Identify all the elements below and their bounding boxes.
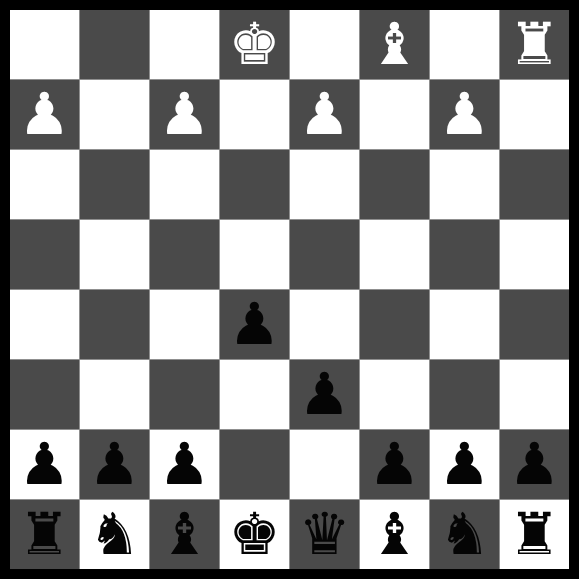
square-a5[interactable]	[500, 290, 569, 359]
square-c5[interactable]	[360, 290, 429, 359]
white-bishop-icon: ♝	[369, 10, 421, 79]
black-pawn-icon: ♟	[19, 430, 71, 499]
black-pawn-icon: ♟	[229, 290, 281, 359]
square-a6[interactable]	[500, 360, 569, 429]
black-queen-icon: ♛	[299, 500, 351, 569]
square-f5[interactable]	[150, 290, 219, 359]
square-d8[interactable]: ♛	[290, 500, 359, 569]
square-c8[interactable]: ♝	[360, 500, 429, 569]
square-f3[interactable]	[150, 150, 219, 219]
square-e5[interactable]: ♟	[220, 290, 289, 359]
square-d1[interactable]	[290, 10, 359, 79]
square-c7[interactable]: ♟	[360, 430, 429, 499]
square-g5[interactable]	[80, 290, 149, 359]
black-pawn-icon: ♟	[369, 430, 421, 499]
square-h7[interactable]: ♟	[10, 430, 79, 499]
square-d3[interactable]	[290, 150, 359, 219]
white-pawn-icon: ♟	[299, 80, 351, 149]
square-d7[interactable]	[290, 430, 359, 499]
black-rook-icon: ♜	[19, 500, 71, 569]
square-h3[interactable]	[10, 150, 79, 219]
square-f8[interactable]: ♝	[150, 500, 219, 569]
square-g8[interactable]: ♞	[80, 500, 149, 569]
square-e3[interactable]	[220, 150, 289, 219]
white-pawn-icon: ♟	[19, 80, 71, 149]
square-g6[interactable]	[80, 360, 149, 429]
square-e2[interactable]	[220, 80, 289, 149]
square-d6[interactable]: ♟	[290, 360, 359, 429]
black-knight-icon: ♞	[439, 500, 491, 569]
black-pawn-icon: ♟	[439, 430, 491, 499]
square-e6[interactable]	[220, 360, 289, 429]
square-e8[interactable]: ♚	[220, 500, 289, 569]
white-rook-icon: ♜	[509, 10, 561, 79]
board-frame: ♚♝♜♟♟♟♟♟♟♟♟♟♟♟♟♜♞♝♚♛♝♞♜	[0, 0, 579, 579]
square-f1[interactable]	[150, 10, 219, 79]
square-a1[interactable]: ♜	[500, 10, 569, 79]
square-g7[interactable]: ♟	[80, 430, 149, 499]
square-e4[interactable]	[220, 220, 289, 289]
square-f6[interactable]	[150, 360, 219, 429]
square-e1[interactable]: ♚	[220, 10, 289, 79]
square-g1[interactable]	[80, 10, 149, 79]
square-f2[interactable]: ♟	[150, 80, 219, 149]
square-b7[interactable]: ♟	[430, 430, 499, 499]
black-rook-icon: ♜	[509, 500, 561, 569]
black-pawn-icon: ♟	[299, 360, 351, 429]
square-g2[interactable]	[80, 80, 149, 149]
square-b2[interactable]: ♟	[430, 80, 499, 149]
black-pawn-icon: ♟	[509, 430, 561, 499]
square-b8[interactable]: ♞	[430, 500, 499, 569]
square-h6[interactable]	[10, 360, 79, 429]
black-pawn-icon: ♟	[159, 430, 211, 499]
square-a8[interactable]: ♜	[500, 500, 569, 569]
square-b6[interactable]	[430, 360, 499, 429]
chess-board: ♚♝♜♟♟♟♟♟♟♟♟♟♟♟♟♜♞♝♚♛♝♞♜	[10, 10, 569, 569]
square-a7[interactable]: ♟	[500, 430, 569, 499]
square-c2[interactable]	[360, 80, 429, 149]
square-a2[interactable]	[500, 80, 569, 149]
square-b5[interactable]	[430, 290, 499, 359]
black-knight-icon: ♞	[89, 500, 141, 569]
square-g4[interactable]	[80, 220, 149, 289]
square-c4[interactable]	[360, 220, 429, 289]
square-g3[interactable]	[80, 150, 149, 219]
black-bishop-icon: ♝	[159, 500, 211, 569]
square-a3[interactable]	[500, 150, 569, 219]
square-h8[interactable]: ♜	[10, 500, 79, 569]
square-b4[interactable]	[430, 220, 499, 289]
white-king-icon: ♚	[229, 10, 281, 79]
square-c6[interactable]	[360, 360, 429, 429]
square-h2[interactable]: ♟	[10, 80, 79, 149]
square-d4[interactable]	[290, 220, 359, 289]
square-c1[interactable]: ♝	[360, 10, 429, 79]
square-f7[interactable]: ♟	[150, 430, 219, 499]
square-b3[interactable]	[430, 150, 499, 219]
black-king-icon: ♚	[229, 500, 281, 569]
white-pawn-icon: ♟	[159, 80, 211, 149]
square-h1[interactable]	[10, 10, 79, 79]
square-d2[interactable]: ♟	[290, 80, 359, 149]
square-a4[interactable]	[500, 220, 569, 289]
square-c3[interactable]	[360, 150, 429, 219]
square-b1[interactable]	[430, 10, 499, 79]
square-h4[interactable]	[10, 220, 79, 289]
white-pawn-icon: ♟	[439, 80, 491, 149]
black-pawn-icon: ♟	[89, 430, 141, 499]
square-h5[interactable]	[10, 290, 79, 359]
black-bishop-icon: ♝	[369, 500, 421, 569]
square-d5[interactable]	[290, 290, 359, 359]
square-f4[interactable]	[150, 220, 219, 289]
square-e7[interactable]	[220, 430, 289, 499]
